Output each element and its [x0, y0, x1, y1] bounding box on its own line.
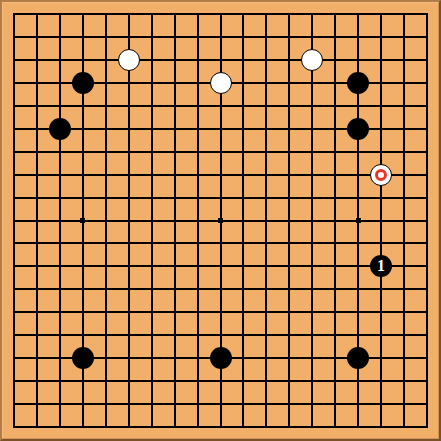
stone-white-R12	[370, 164, 392, 186]
stone-black-Q16	[347, 72, 369, 94]
stone-black-Q4	[347, 347, 369, 369]
stone-black-D4	[72, 347, 94, 369]
stones-layer: 1	[0, 0, 441, 441]
stone-black-D16	[72, 72, 94, 94]
circle-marker	[375, 169, 387, 181]
stone-white-O17	[301, 49, 323, 71]
stone-black-K4	[210, 347, 232, 369]
move-number-label: 1	[377, 258, 385, 275]
stone-white-F17	[118, 49, 140, 71]
stone-black-Q14	[347, 118, 369, 140]
stone-white-K16	[210, 72, 232, 94]
stone-black-C14	[49, 118, 71, 140]
go-board: 1	[0, 0, 441, 441]
stone-black-R8: 1	[370, 255, 392, 277]
